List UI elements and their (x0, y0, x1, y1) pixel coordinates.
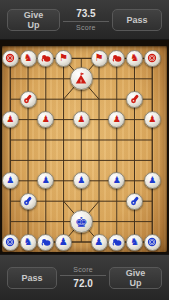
soldier-icon: ♟ (42, 115, 50, 124)
red-soldier[interactable]: ♟ (144, 111, 161, 128)
red-cannon[interactable] (20, 91, 37, 108)
cannon-icon (23, 196, 33, 206)
red-general[interactable] (70, 67, 93, 90)
xiangqi-app: Give Up 73.5 Score Pass ♞ ⚑⚑ ♞ (0, 0, 169, 300)
wheel-icon (5, 237, 15, 247)
top-bar: Give Up 73.5 Score Pass (0, 0, 169, 40)
red-soldier[interactable]: ♟ (73, 111, 90, 128)
bust-icon: ♟ (95, 237, 104, 247)
blue-cannon[interactable] (20, 193, 37, 210)
soldier-icon: ♟ (6, 115, 14, 124)
cannon-icon (130, 94, 140, 104)
crown-icon: ♚ (75, 215, 88, 229)
top-pass-button[interactable]: Pass (112, 9, 162, 31)
cannon-icon (130, 196, 140, 206)
elephant-icon (41, 237, 51, 247)
soldier-icon: ♟ (6, 176, 14, 185)
wheel-icon (5, 53, 15, 63)
flag-icon: ⚑ (59, 53, 68, 63)
tent-icon (74, 72, 88, 86)
horse-icon: ♞ (24, 53, 33, 63)
blue-soldier[interactable]: ♟ (2, 172, 19, 189)
blue-horse[interactable]: ♞ (20, 234, 37, 251)
top-score: 73.5 Score (60, 8, 112, 31)
elephant-icon (112, 237, 122, 247)
blue-cannon[interactable] (126, 193, 143, 210)
horse-icon: ♞ (130, 53, 139, 63)
blue-advisor[interactable]: ♟ (55, 234, 72, 251)
red-advisor[interactable]: ⚑ (91, 50, 108, 67)
cannon-icon (23, 94, 33, 104)
horse-icon: ♞ (24, 237, 33, 247)
top-score-label: Score (60, 24, 112, 31)
blue-elephant[interactable] (108, 234, 125, 251)
blue-horse[interactable]: ♞ (126, 234, 143, 251)
bottom-score: Score 72.0 (57, 266, 109, 289)
blue-soldier[interactable]: ♟ (73, 172, 90, 189)
bottom-score-label: Score (57, 266, 109, 273)
bottom-give-up-button[interactable]: Give Up (109, 267, 162, 289)
soldier-icon: ♟ (113, 176, 121, 185)
xiangqi-board[interactable]: ♞ ⚑⚑ ♞ ♟♟♟♟♟♟♟♟♟♟ ♚ ♞ ♟♟ (0, 40, 169, 254)
top-score-value: 73.5 (60, 8, 112, 19)
red-cannon[interactable] (126, 91, 143, 108)
elephant-icon (112, 53, 122, 63)
red-chariot[interactable] (2, 50, 19, 67)
red-chariot[interactable] (144, 50, 161, 67)
red-horse[interactable]: ♞ (126, 50, 143, 67)
blue-soldier[interactable]: ♟ (144, 172, 161, 189)
bottom-bar: Pass Score 72.0 Give Up (0, 254, 169, 300)
top-score-divider (63, 21, 109, 22)
wheel-icon (147, 53, 157, 63)
soldier-icon: ♟ (77, 115, 85, 124)
soldier-icon: ♟ (77, 176, 85, 185)
red-advisor[interactable]: ⚑ (55, 50, 72, 67)
blue-elephant[interactable] (37, 234, 54, 251)
blue-advisor[interactable]: ♟ (91, 234, 108, 251)
wheel-icon (147, 237, 157, 247)
soldier-icon: ♟ (113, 115, 121, 124)
horse-icon: ♞ (130, 237, 139, 247)
bottom-score-divider (60, 275, 106, 276)
red-horse[interactable]: ♞ (20, 50, 37, 67)
soldier-icon: ♟ (148, 115, 156, 124)
blue-general[interactable]: ♚ (70, 210, 93, 233)
top-give-up-button[interactable]: Give Up (7, 9, 60, 31)
soldier-icon: ♟ (148, 176, 156, 185)
bust-icon: ♟ (59, 237, 68, 247)
red-soldier[interactable]: ♟ (2, 111, 19, 128)
bottom-score-value: 72.0 (57, 278, 109, 289)
soldier-icon: ♟ (42, 176, 50, 185)
flag-icon: ⚑ (95, 53, 104, 63)
blue-chariot[interactable] (2, 234, 19, 251)
blue-chariot[interactable] (144, 234, 161, 251)
elephant-icon (41, 53, 51, 63)
bottom-pass-button[interactable]: Pass (7, 267, 57, 289)
